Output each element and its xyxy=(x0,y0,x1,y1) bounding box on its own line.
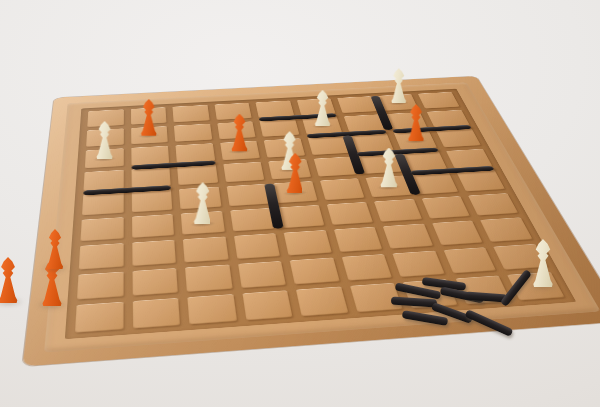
wall-b7-horizontal[interactable] xyxy=(131,160,215,169)
wall-a6-horizontal[interactable] xyxy=(83,185,171,195)
pawn-cream-e6[interactable] xyxy=(275,131,304,170)
scene xyxy=(0,0,600,407)
wall-d5-vertical[interactable] xyxy=(264,183,284,229)
pawn-orange-h7[interactable] xyxy=(402,104,430,141)
pawn-orange-b8[interactable] xyxy=(135,99,163,136)
wall-h6-horizontal[interactable] xyxy=(410,166,495,176)
pawn-orange-d7[interactable] xyxy=(226,114,254,152)
pawn-cream-a7[interactable] xyxy=(90,121,119,159)
wall-h8-horizontal[interactable] xyxy=(392,125,472,133)
pawn-cream-f8[interactable] xyxy=(309,90,336,126)
